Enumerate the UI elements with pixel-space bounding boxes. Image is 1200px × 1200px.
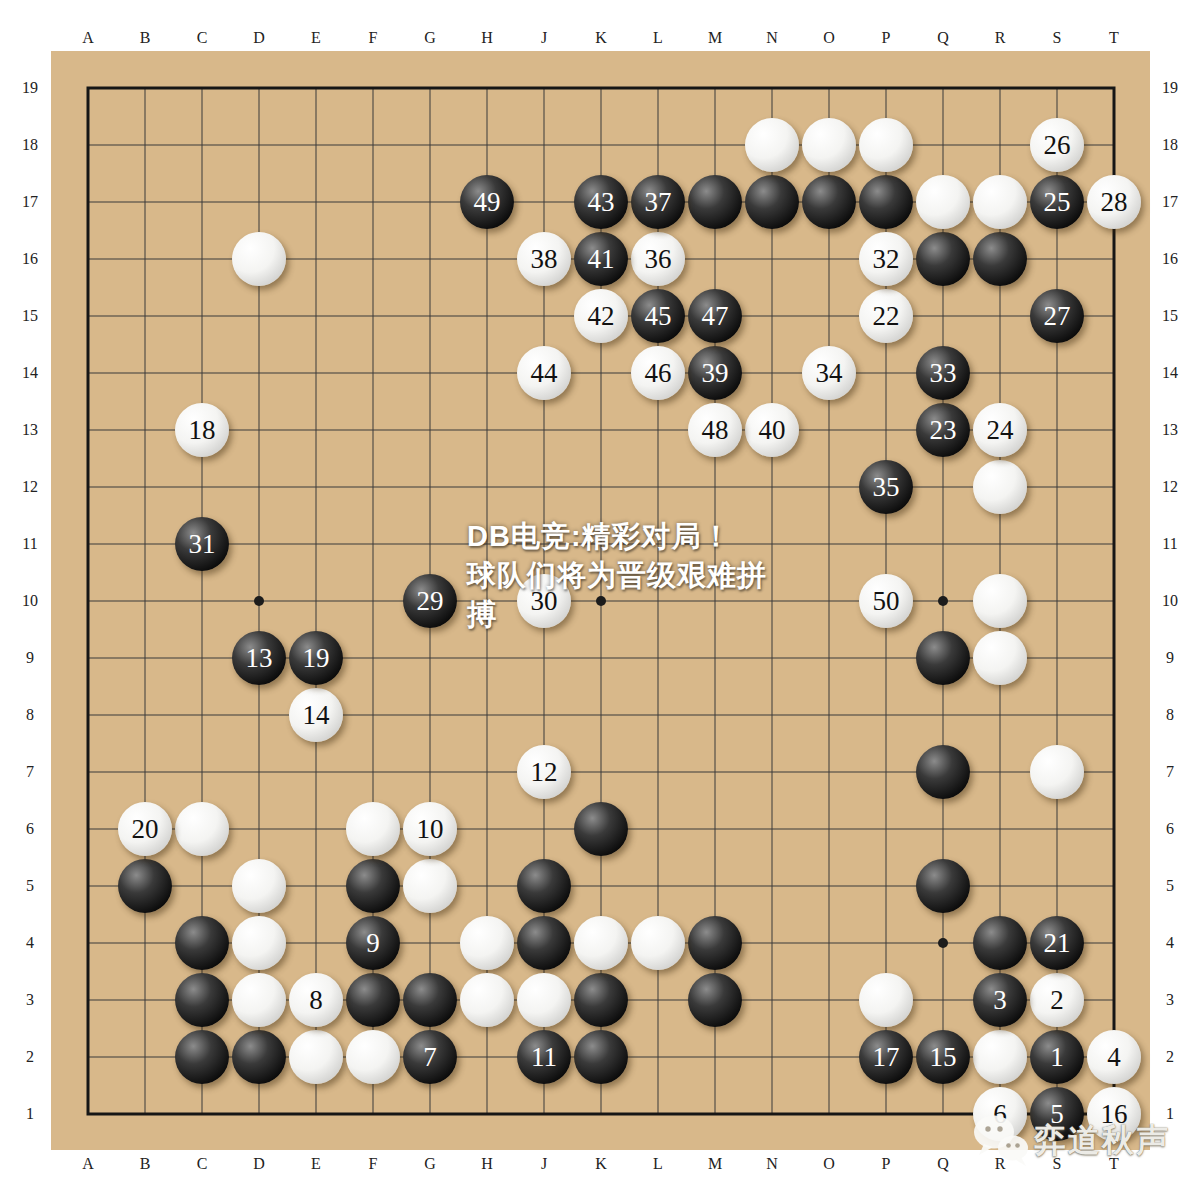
caption-line-2: 球队们将为晋级艰难拼 xyxy=(467,556,767,595)
stone-black-K6 xyxy=(574,802,628,856)
stone-white-O18 xyxy=(802,118,856,172)
stone-number: 35 xyxy=(873,474,900,501)
coordinate-label-H: H xyxy=(481,29,493,47)
coordinate-label-K: K xyxy=(595,29,607,47)
stone-number: 44 xyxy=(531,360,558,387)
coordinate-label-B: B xyxy=(140,1155,151,1173)
stone-white-E2 xyxy=(289,1030,343,1084)
coordinate-label-Q: Q xyxy=(937,1155,949,1173)
coordinate-label-12: 12 xyxy=(1162,478,1178,496)
stone-white-2-S3: 2 xyxy=(1030,973,1084,1027)
stone-number: 40 xyxy=(759,417,786,444)
stone-number: 49 xyxy=(474,189,501,216)
coordinate-label-D: D xyxy=(253,29,265,47)
stone-black-35-P12: 35 xyxy=(859,460,913,514)
coordinate-label-12: 12 xyxy=(22,478,38,496)
stone-white-36-L16: 36 xyxy=(631,232,685,286)
stone-black-9-F4: 9 xyxy=(346,916,400,970)
stone-black-15-Q2: 15 xyxy=(916,1030,970,1084)
stone-white-12-J7: 12 xyxy=(517,745,571,799)
stone-black-41-K16: 41 xyxy=(574,232,628,286)
coordinate-label-L: L xyxy=(653,29,663,47)
stone-black-29-G10: 29 xyxy=(403,574,457,628)
stone-number: 1 xyxy=(1050,1044,1064,1071)
stone-number: 46 xyxy=(645,360,672,387)
stone-white-48-M13: 48 xyxy=(688,403,742,457)
coordinate-label-A: A xyxy=(82,1155,94,1173)
stone-number: 3 xyxy=(993,987,1007,1014)
stone-black-J4 xyxy=(517,916,571,970)
coordinate-label-C: C xyxy=(197,1155,208,1173)
stone-black-M17 xyxy=(688,175,742,229)
coordinate-label-M: M xyxy=(708,29,722,47)
stone-white-R2 xyxy=(973,1030,1027,1084)
stone-white-50-P10: 50 xyxy=(859,574,913,628)
coordinate-label-E: E xyxy=(311,1155,321,1173)
coordinate-label-10: 10 xyxy=(1162,592,1178,610)
stone-number: 4 xyxy=(1107,1044,1121,1071)
stone-black-O17 xyxy=(802,175,856,229)
stone-white-C6 xyxy=(175,802,229,856)
stone-number: 38 xyxy=(531,246,558,273)
stone-white-R17 xyxy=(973,175,1027,229)
stone-white-P18 xyxy=(859,118,913,172)
coordinate-label-10: 10 xyxy=(22,592,38,610)
stone-black-G3 xyxy=(403,973,457,1027)
coordinate-label-13: 13 xyxy=(1162,421,1178,439)
coordinate-label-8: 8 xyxy=(26,706,34,724)
coordinate-label-17: 17 xyxy=(22,193,38,211)
coordinate-label-N: N xyxy=(766,29,778,47)
stone-black-37-L17: 37 xyxy=(631,175,685,229)
stone-white-32-P16: 32 xyxy=(859,232,913,286)
coordinate-label-5: 5 xyxy=(26,877,34,895)
coordinate-label-15: 15 xyxy=(22,307,38,325)
stone-white-8-E3: 8 xyxy=(289,973,343,1027)
stone-white-R10 xyxy=(973,574,1027,628)
stone-number: 42 xyxy=(588,303,615,330)
coordinate-label-4: 4 xyxy=(1166,934,1174,952)
stone-number: 32 xyxy=(873,246,900,273)
stone-white-34-O14: 34 xyxy=(802,346,856,400)
stone-number: 11 xyxy=(531,1044,557,1071)
stone-black-Q5 xyxy=(916,859,970,913)
stone-number: 34 xyxy=(816,360,843,387)
stone-black-B5 xyxy=(118,859,172,913)
coordinate-label-13: 13 xyxy=(22,421,38,439)
coordinate-label-2: 2 xyxy=(26,1048,34,1066)
watermark-text: 弈道秋声 xyxy=(1034,1119,1170,1163)
stone-number: 41 xyxy=(588,246,615,273)
coordinate-label-16: 16 xyxy=(1162,250,1178,268)
stone-number: 17 xyxy=(873,1044,900,1071)
stone-black-47-M15: 47 xyxy=(688,289,742,343)
stone-white-P3 xyxy=(859,973,913,1027)
page: AABBCCDDEEFFGGHHJJKKLLMMNNOOPPQQRRSSTT19… xyxy=(0,0,1200,1200)
wechat-icon xyxy=(972,1114,1030,1168)
stone-black-K3 xyxy=(574,973,628,1027)
stone-white-44-J14: 44 xyxy=(517,346,571,400)
stone-number: 14 xyxy=(303,702,330,729)
stone-number: 50 xyxy=(873,588,900,615)
stone-white-H3 xyxy=(460,973,514,1027)
coordinate-label-E: E xyxy=(311,29,321,47)
stone-black-13-D9: 13 xyxy=(232,631,286,685)
stone-number: 15 xyxy=(930,1044,957,1071)
coordinate-label-3: 3 xyxy=(1166,991,1174,1009)
stone-white-G5 xyxy=(403,859,457,913)
stone-white-N18 xyxy=(745,118,799,172)
coordinate-label-R: R xyxy=(995,29,1006,47)
stone-black-J5 xyxy=(517,859,571,913)
stone-number: 20 xyxy=(132,816,159,843)
stone-number: 36 xyxy=(645,246,672,273)
coordinate-label-O: O xyxy=(823,29,835,47)
stone-black-R16 xyxy=(973,232,1027,286)
stone-number: 23 xyxy=(930,417,957,444)
stone-black-F5 xyxy=(346,859,400,913)
stone-number: 47 xyxy=(702,303,729,330)
stone-white-18-C13: 18 xyxy=(175,403,229,457)
stone-white-D4 xyxy=(232,916,286,970)
stone-number: 33 xyxy=(930,360,957,387)
stone-white-46-L14: 46 xyxy=(631,346,685,400)
stone-black-M3 xyxy=(688,973,742,1027)
stone-white-D16 xyxy=(232,232,286,286)
coordinate-label-S: S xyxy=(1053,29,1062,47)
coordinate-label-F: F xyxy=(369,29,378,47)
stone-white-4-T2: 4 xyxy=(1087,1030,1141,1084)
coordinate-label-7: 7 xyxy=(26,763,34,781)
coordinate-label-D: D xyxy=(253,1155,265,1173)
stone-white-H4 xyxy=(460,916,514,970)
stone-white-22-P15: 22 xyxy=(859,289,913,343)
coordinate-label-5: 5 xyxy=(1166,877,1174,895)
coordinate-label-19: 19 xyxy=(22,79,38,97)
coordinate-label-T: T xyxy=(1109,29,1119,47)
coordinate-label-G: G xyxy=(424,1155,436,1173)
stone-white-F6 xyxy=(346,802,400,856)
stone-black-33-Q14: 33 xyxy=(916,346,970,400)
stone-black-M4 xyxy=(688,916,742,970)
stone-black-27-S15: 27 xyxy=(1030,289,1084,343)
coordinate-label-11: 11 xyxy=(22,535,37,553)
stone-white-Q17 xyxy=(916,175,970,229)
stone-number: 7 xyxy=(423,1044,437,1071)
stone-number: 9 xyxy=(366,930,380,957)
stone-number: 2 xyxy=(1050,987,1064,1014)
coordinate-label-J: J xyxy=(541,29,547,47)
coordinate-label-18: 18 xyxy=(1162,136,1178,154)
stone-white-42-K15: 42 xyxy=(574,289,628,343)
stone-black-23-Q13: 23 xyxy=(916,403,970,457)
stone-white-10-G6: 10 xyxy=(403,802,457,856)
stone-number: 43 xyxy=(588,189,615,216)
coordinate-label-N: N xyxy=(766,1155,778,1173)
stone-white-26-S18: 26 xyxy=(1030,118,1084,172)
caption-line-3: 搏 xyxy=(467,595,767,634)
stone-black-F3 xyxy=(346,973,400,1027)
stone-black-39-M14: 39 xyxy=(688,346,742,400)
stone-number: 48 xyxy=(702,417,729,444)
stone-number: 21 xyxy=(1044,930,1071,957)
coordinate-label-15: 15 xyxy=(1162,307,1178,325)
coordinate-label-G: G xyxy=(424,29,436,47)
stone-black-D2 xyxy=(232,1030,286,1084)
stone-number: 25 xyxy=(1044,189,1071,216)
stone-number: 19 xyxy=(303,645,330,672)
coordinate-label-Q: Q xyxy=(937,29,949,47)
stone-black-7-G2: 7 xyxy=(403,1030,457,1084)
coordinate-label-A: A xyxy=(82,29,94,47)
stone-black-Q9 xyxy=(916,631,970,685)
stone-white-F2 xyxy=(346,1030,400,1084)
stone-white-L4 xyxy=(631,916,685,970)
stone-white-38-J16: 38 xyxy=(517,232,571,286)
coordinate-label-4: 4 xyxy=(26,934,34,952)
coordinate-label-6: 6 xyxy=(26,820,34,838)
coordinate-label-2: 2 xyxy=(1166,1048,1174,1066)
coordinate-label-J: J xyxy=(541,1155,547,1173)
stone-white-R12 xyxy=(973,460,1027,514)
stone-white-K4 xyxy=(574,916,628,970)
coordinate-label-17: 17 xyxy=(1162,193,1178,211)
coordinate-label-11: 11 xyxy=(1162,535,1177,553)
coordinate-label-8: 8 xyxy=(1166,706,1174,724)
coordinate-label-P: P xyxy=(882,29,891,47)
stone-number: 39 xyxy=(702,360,729,387)
caption-line-1: DB电竞:精彩对局！ xyxy=(467,517,767,556)
stone-white-40-N13: 40 xyxy=(745,403,799,457)
coordinate-label-L: L xyxy=(653,1155,663,1173)
stone-white-S7 xyxy=(1030,745,1084,799)
coordinate-label-C: C xyxy=(197,29,208,47)
stone-number: 8 xyxy=(309,987,323,1014)
overlay-caption: DB电竞:精彩对局！ 球队们将为晋级艰难拼 搏 xyxy=(467,517,767,634)
watermark: 弈道秋声 xyxy=(972,1114,1170,1168)
stone-number: 24 xyxy=(987,417,1014,444)
stone-black-31-C11: 31 xyxy=(175,517,229,571)
coordinate-label-9: 9 xyxy=(1166,649,1174,667)
stone-number: 37 xyxy=(645,189,672,216)
stone-black-43-K17: 43 xyxy=(574,175,628,229)
stone-white-R9 xyxy=(973,631,1027,685)
coordinate-label-18: 18 xyxy=(22,136,38,154)
stone-number: 28 xyxy=(1101,189,1128,216)
stone-black-17-P2: 17 xyxy=(859,1030,913,1084)
coordinate-label-P: P xyxy=(882,1155,891,1173)
stone-number: 31 xyxy=(189,531,216,558)
stone-number: 18 xyxy=(189,417,216,444)
stone-number: 26 xyxy=(1044,132,1071,159)
stone-black-R4 xyxy=(973,916,1027,970)
stone-white-14-E8: 14 xyxy=(289,688,343,742)
stone-black-19-E9: 19 xyxy=(289,631,343,685)
stone-number: 10 xyxy=(417,816,444,843)
stone-black-C2 xyxy=(175,1030,229,1084)
stone-black-49-H17: 49 xyxy=(460,175,514,229)
coordinate-label-16: 16 xyxy=(22,250,38,268)
stone-white-J3 xyxy=(517,973,571,1027)
stone-black-45-L15: 45 xyxy=(631,289,685,343)
coordinate-label-B: B xyxy=(140,29,151,47)
stone-white-24-R13: 24 xyxy=(973,403,1027,457)
stone-black-C4 xyxy=(175,916,229,970)
stone-number: 29 xyxy=(417,588,444,615)
stone-black-25-S17: 25 xyxy=(1030,175,1084,229)
stone-white-20-B6: 20 xyxy=(118,802,172,856)
stone-black-3-R3: 3 xyxy=(973,973,1027,1027)
coordinate-label-19: 19 xyxy=(1162,79,1178,97)
coordinate-label-3: 3 xyxy=(26,991,34,1009)
coordinate-label-7: 7 xyxy=(1166,763,1174,781)
coordinate-label-9: 9 xyxy=(26,649,34,667)
stone-black-Q16 xyxy=(916,232,970,286)
coordinate-label-F: F xyxy=(369,1155,378,1173)
stone-black-C3 xyxy=(175,973,229,1027)
stone-number: 27 xyxy=(1044,303,1071,330)
stone-white-D5 xyxy=(232,859,286,913)
coordinate-label-M: M xyxy=(708,1155,722,1173)
stone-white-28-T17: 28 xyxy=(1087,175,1141,229)
stone-black-K2 xyxy=(574,1030,628,1084)
stone-black-P17 xyxy=(859,175,913,229)
coordinate-label-K: K xyxy=(595,1155,607,1173)
stone-black-Q7 xyxy=(916,745,970,799)
coordinate-label-H: H xyxy=(481,1155,493,1173)
coordinate-label-14: 14 xyxy=(22,364,38,382)
coordinate-label-1: 1 xyxy=(26,1105,34,1123)
stone-number: 12 xyxy=(531,759,558,786)
stone-number: 13 xyxy=(246,645,273,672)
coordinate-label-14: 14 xyxy=(1162,364,1178,382)
stone-black-21-S4: 21 xyxy=(1030,916,1084,970)
stone-number: 45 xyxy=(645,303,672,330)
stone-white-D3 xyxy=(232,973,286,1027)
stone-number: 22 xyxy=(873,303,900,330)
coordinate-label-6: 6 xyxy=(1166,820,1174,838)
stone-black-1-S2: 1 xyxy=(1030,1030,1084,1084)
coordinate-label-O: O xyxy=(823,1155,835,1173)
stone-black-11-J2: 11 xyxy=(517,1030,571,1084)
stone-black-N17 xyxy=(745,175,799,229)
